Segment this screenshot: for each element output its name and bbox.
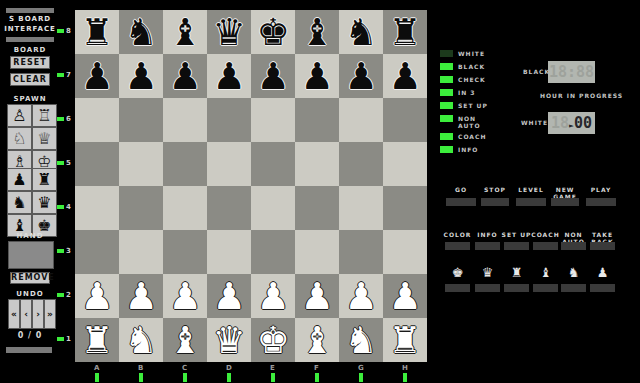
rook-piece-icon: ♜ (504, 266, 529, 280)
white-king: ♚ (256, 319, 289, 362)
white-pawn: ♟ (124, 275, 157, 318)
square-g7[interactable]: ♟ (339, 54, 383, 98)
square-d6[interactable] (207, 98, 251, 142)
file-label-g: G (358, 364, 364, 372)
square-h8[interactable]: ♜ (383, 10, 427, 54)
info-button[interactable] (475, 242, 500, 250)
white-knight: ♞ (124, 319, 157, 362)
file-led-d (227, 373, 231, 382)
black-pawn: ♟ (344, 55, 377, 98)
black-knight: ♞ (124, 11, 157, 54)
white-pawn: ♟ (80, 275, 113, 318)
file-led-a (95, 373, 99, 382)
square-d3[interactable] (207, 230, 251, 274)
white-rook: ♜ (388, 319, 421, 362)
rank-led-7 (57, 73, 64, 77)
white-clock-active-digits: 00 (574, 114, 592, 132)
black-rook: ♜ (80, 11, 113, 54)
square-c5[interactable] (163, 142, 207, 186)
pawn-piece-icon: ♟ (590, 266, 615, 280)
app-title-line2: INTERFACE (0, 25, 60, 33)
go-button[interactable] (446, 198, 476, 206)
file-led-c (183, 373, 187, 382)
file-led-h (403, 373, 407, 382)
spawn-white-knight-button[interactable]: ♘ (7, 127, 32, 150)
square-a1[interactable]: ♜ (75, 318, 119, 362)
black-pawn: ♟ (80, 55, 113, 98)
info-led (440, 146, 453, 153)
square-f7[interactable]: ♟ (295, 54, 339, 98)
rank-label-1: 1 (66, 335, 71, 343)
square-d7[interactable]: ♟ (207, 54, 251, 98)
white-bishop: ♝ (300, 319, 333, 362)
square-f4[interactable] (295, 186, 339, 230)
white-pawn: ♟ (168, 275, 201, 318)
square-h3[interactable] (383, 230, 427, 274)
undo-all-button[interactable]: « (8, 299, 20, 329)
white-led (440, 50, 453, 57)
white-clock-label: WHITE (521, 119, 548, 126)
spawn-white-rook-button[interactable]: ♖ (32, 104, 57, 127)
rank-label-5: 5 (66, 159, 71, 167)
coach-led-label: COACH (458, 133, 488, 140)
square-e3[interactable] (251, 230, 295, 274)
color-button[interactable] (445, 242, 470, 250)
clear-button[interactable]: CLEAR (10, 73, 50, 86)
square-h6[interactable] (383, 98, 427, 142)
spawn-white-queen-button[interactable]: ♕ (32, 127, 57, 150)
new-game-button[interactable] (551, 198, 579, 206)
square-b6[interactable] (119, 98, 163, 142)
square-h7[interactable]: ♟ (383, 54, 427, 98)
square-d8[interactable]: ♛ (207, 10, 251, 54)
rank-label-6: 6 (66, 115, 71, 123)
square-d4[interactable] (207, 186, 251, 230)
in-3-led (440, 89, 453, 96)
square-a8[interactable]: ♜ (75, 10, 119, 54)
square-f2[interactable]: ♟ (295, 274, 339, 318)
square-f3[interactable] (295, 230, 339, 274)
square-e2[interactable]: ♟ (251, 274, 295, 318)
knight-piece-icon: ♞ (561, 266, 586, 280)
take-back-button[interactable] (590, 242, 615, 250)
square-c6[interactable] (163, 98, 207, 142)
spawn-white-pawn-button[interactable]: ♙ (7, 104, 32, 127)
king-piece-button[interactable] (445, 284, 470, 292)
square-d5[interactable] (207, 142, 251, 186)
file-label-h: H (402, 364, 408, 372)
undo-counter: 0 / 0 (0, 331, 60, 340)
bishop-piece-icon: ♝ (533, 266, 558, 280)
square-c7[interactable]: ♟ (163, 54, 207, 98)
rank-label-4: 4 (66, 203, 71, 211)
square-b8[interactable]: ♞ (119, 10, 163, 54)
check-led-label: CHECK (458, 76, 488, 83)
white-pawn: ♟ (300, 275, 333, 318)
rank-led-3 (57, 249, 64, 253)
black-pawn: ♟ (388, 55, 421, 98)
square-a2[interactable]: ♟ (75, 274, 119, 318)
bishop-piece-button[interactable] (533, 284, 558, 292)
black-pawn: ♟ (212, 55, 245, 98)
white-clock-ghost-digits: 18 (551, 114, 569, 132)
level-button[interactable] (516, 198, 546, 206)
white-pawn: ♟ (212, 275, 245, 318)
black-pawn: ♟ (168, 55, 201, 98)
square-e8[interactable]: ♚ (251, 10, 295, 54)
file-label-f: F (314, 364, 319, 372)
square-h5[interactable] (383, 142, 427, 186)
rank-led-4 (57, 205, 64, 209)
black-pawn: ♟ (256, 55, 289, 98)
info-led-label: INFO (458, 146, 488, 153)
file-label-b: B (138, 364, 143, 372)
undo-button[interactable]: ‹ (20, 299, 32, 329)
black-bishop: ♝ (168, 11, 201, 54)
square-d2[interactable]: ♟ (207, 274, 251, 318)
square-c3[interactable] (163, 230, 207, 274)
non-auto-led-label: NON AUTO (458, 115, 488, 129)
rank-label-8: 8 (66, 27, 71, 35)
square-d1[interactable]: ♛ (207, 318, 251, 362)
black-queen: ♛ (212, 11, 245, 54)
file-led-b (139, 373, 143, 382)
check-led (440, 76, 453, 83)
square-e5[interactable] (251, 142, 295, 186)
black-led-label: BLACK (458, 63, 488, 70)
file-led-e (271, 373, 275, 382)
rank-led-2 (57, 293, 64, 297)
white-pawn: ♟ (256, 275, 289, 318)
square-g2[interactable]: ♟ (339, 274, 383, 318)
rank-label-2: 2 (66, 291, 71, 299)
spawn-black-knight-button[interactable]: ♞ (7, 191, 32, 214)
redo-all-button[interactable]: » (44, 299, 56, 329)
file-label-c: C (182, 364, 187, 372)
square-c1[interactable]: ♝ (163, 318, 207, 362)
square-f5[interactable] (295, 142, 339, 186)
sidebar-divider-bottom (6, 347, 52, 353)
queen-piece-icon: ♛ (475, 266, 500, 280)
remove-button[interactable]: REMOVE (10, 272, 50, 284)
pawn-piece-button[interactable] (590, 284, 615, 292)
square-e6[interactable] (251, 98, 295, 142)
set-up-led-label: SET UP (458, 102, 488, 109)
white-rook: ♜ (80, 319, 113, 362)
black-pawn: ♟ (124, 55, 157, 98)
coach-led (440, 133, 453, 140)
queen-piece-button[interactable] (475, 284, 500, 292)
white-queen: ♛ (212, 319, 245, 362)
spawn-section-title: SPAWN (0, 95, 60, 103)
non-auto-led (440, 115, 453, 122)
square-g3[interactable] (339, 230, 383, 274)
spawn-black-rook-button[interactable]: ♜ (32, 168, 57, 191)
square-c4[interactable] (163, 186, 207, 230)
file-led-f (315, 373, 319, 382)
square-c8[interactable]: ♝ (163, 10, 207, 54)
app-title-line1: S BOARD (0, 15, 60, 23)
square-e7[interactable]: ♟ (251, 54, 295, 98)
set-up-led (440, 102, 453, 109)
chess-board: ♜♞♝♛♚♝♞♜♟♟♟♟♟♟♟♟♟♟♟♟♟♟♟♟♜♞♝♛♚♝♞♜ (75, 10, 427, 362)
square-a4[interactable] (75, 186, 119, 230)
undo-section-title: UNDO (0, 290, 60, 298)
square-a3[interactable] (75, 230, 119, 274)
square-b4[interactable] (119, 186, 163, 230)
black-rook: ♜ (388, 11, 421, 54)
square-h4[interactable] (383, 186, 427, 230)
hand-box[interactable] (8, 241, 54, 269)
reset-button[interactable]: RESET (10, 56, 50, 69)
square-f1[interactable]: ♝ (295, 318, 339, 362)
file-label-e: E (270, 364, 275, 372)
white-led-label: WHITE (458, 50, 488, 57)
square-a6[interactable] (75, 98, 119, 142)
square-b7[interactable]: ♟ (119, 54, 163, 98)
chess-computer-ui: S BOARD INTERFACE BOARD RESET CLEAR SPAW… (0, 0, 640, 383)
knight-piece-button[interactable] (561, 284, 586, 292)
play-button[interactable] (586, 198, 616, 206)
square-b2[interactable]: ♟ (119, 274, 163, 318)
square-b5[interactable] (119, 142, 163, 186)
king-piece-icon: ♚ (445, 266, 470, 280)
white-knight: ♞ (344, 319, 377, 362)
square-h2[interactable]: ♟ (383, 274, 427, 318)
square-a7[interactable]: ♟ (75, 54, 119, 98)
square-e4[interactable] (251, 186, 295, 230)
square-b1[interactable]: ♞ (119, 318, 163, 362)
white-pawn: ♟ (344, 275, 377, 318)
white-pawn: ♟ (388, 275, 421, 318)
set-up-button[interactable] (504, 242, 529, 250)
stop-button[interactable] (481, 198, 509, 206)
square-h1[interactable]: ♜ (383, 318, 427, 362)
rank-led-5 (57, 161, 64, 165)
rook-piece-button[interactable] (504, 284, 529, 292)
square-a5[interactable] (75, 142, 119, 186)
spawn-black-queen-button[interactable]: ♛ (32, 191, 57, 214)
rank-label-7: 7 (66, 71, 71, 79)
square-g6[interactable] (339, 98, 383, 142)
square-g1[interactable]: ♞ (339, 318, 383, 362)
square-b3[interactable] (119, 230, 163, 274)
black-clock-display: 18:88 (548, 61, 595, 83)
sidebar-divider-2 (6, 37, 54, 42)
black-led (440, 63, 453, 70)
in-3-led-label: IN 3 (458, 89, 488, 96)
rank-led-1 (57, 337, 64, 341)
black-clock-label: BLACK (523, 68, 550, 75)
hand-section-title: HAND (0, 232, 60, 240)
black-clock-ghost-digits: 18:88 (549, 63, 594, 81)
clock-status-text: HOUR IN PROGRESS (540, 92, 623, 99)
square-f8[interactable]: ♝ (295, 10, 339, 54)
square-e1[interactable]: ♚ (251, 318, 295, 362)
spawn-black-pawn-button[interactable]: ♟ (7, 168, 32, 191)
square-f6[interactable] (295, 98, 339, 142)
board-section-title: BOARD (0, 46, 60, 54)
rank-led-6 (57, 117, 64, 121)
file-label-a: A (94, 364, 99, 372)
square-c2[interactable]: ♟ (163, 274, 207, 318)
white-clock-display: 18►00 (548, 112, 595, 134)
square-g5[interactable] (339, 142, 383, 186)
black-bishop: ♝ (300, 11, 333, 54)
rank-label-3: 3 (66, 247, 71, 255)
rank-led-8 (57, 29, 64, 33)
play-label: PLAY (578, 186, 624, 193)
white-bishop: ♝ (168, 319, 201, 362)
square-g8[interactable]: ♞ (339, 10, 383, 54)
sidebar-divider-top (6, 8, 54, 13)
file-led-g (359, 373, 363, 382)
black-king: ♚ (256, 11, 289, 54)
black-knight: ♞ (344, 11, 377, 54)
black-pawn: ♟ (300, 55, 333, 98)
square-g4[interactable] (339, 186, 383, 230)
redo-button[interactable]: › (32, 299, 44, 329)
file-label-d: D (226, 364, 232, 372)
